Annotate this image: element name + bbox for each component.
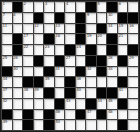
block-r11c8 bbox=[76, 110, 86, 120]
cell-r11c6[interactable]: 46 bbox=[55, 110, 65, 120]
cell-r11c12[interactable] bbox=[118, 110, 128, 120]
clue-number: 30 bbox=[13, 67, 18, 71]
clue-number: 23 bbox=[45, 45, 50, 49]
block-r2c12 bbox=[118, 13, 128, 23]
crossword-board: 1234567891011121314151617181920212223242… bbox=[0, 0, 140, 132]
cell-r7c7[interactable] bbox=[65, 67, 75, 77]
clue-number: 44 bbox=[97, 99, 102, 103]
cell-r8c2[interactable] bbox=[13, 77, 23, 87]
cell-r3c12[interactable]: 15 bbox=[118, 24, 128, 34]
clue-number: 37 bbox=[3, 88, 8, 92]
cell-r9c6[interactable] bbox=[55, 88, 65, 98]
clue-number: 34 bbox=[3, 77, 8, 81]
clue-number: 36 bbox=[76, 77, 81, 81]
cell-r9c4[interactable]: 39 bbox=[34, 88, 44, 98]
clue-number: 49 bbox=[3, 120, 8, 124]
cell-r10c8[interactable] bbox=[76, 99, 86, 109]
cell-r11c2[interactable] bbox=[13, 110, 23, 120]
clue-number: 25 bbox=[3, 56, 8, 60]
cell-r6c8[interactable] bbox=[76, 56, 86, 66]
clue-number: 33 bbox=[108, 67, 113, 71]
cell-r12c7[interactable] bbox=[65, 120, 75, 130]
clue-number: 15 bbox=[118, 24, 123, 28]
clue-number: 29 bbox=[129, 56, 134, 60]
block-r3c8 bbox=[76, 24, 86, 34]
cell-r3c9[interactable] bbox=[86, 24, 96, 34]
clue-number: 9 bbox=[87, 13, 89, 17]
cell-r3c4[interactable]: 12 bbox=[34, 24, 44, 34]
clue-number: 11 bbox=[3, 24, 8, 28]
cell-r5c10[interactable] bbox=[97, 45, 107, 55]
cell-r5c12[interactable] bbox=[118, 45, 128, 55]
clue-number: 46 bbox=[55, 110, 60, 114]
block-r5c13 bbox=[128, 45, 138, 55]
cell-r5c6[interactable] bbox=[55, 45, 65, 55]
clue-number: 16 bbox=[129, 24, 134, 28]
block-r5c11 bbox=[107, 45, 117, 55]
cell-r8c8[interactable]: 36 bbox=[76, 77, 86, 87]
cell-r9c12[interactable]: 41 bbox=[118, 88, 128, 98]
cell-r1c1[interactable]: 1 bbox=[2, 2, 12, 12]
cell-r10c11[interactable]: 45 bbox=[107, 99, 117, 109]
cell-r6c3[interactable] bbox=[23, 56, 33, 66]
clue-number: 27 bbox=[66, 56, 71, 60]
block-r1c11 bbox=[107, 2, 117, 12]
cell-r12c4[interactable] bbox=[34, 120, 44, 130]
block-r9c11 bbox=[107, 88, 117, 98]
block-r9c5 bbox=[44, 88, 54, 98]
block-r6c12 bbox=[118, 56, 128, 66]
clue-number: 45 bbox=[108, 99, 113, 103]
cell-r3c13[interactable]: 16 bbox=[128, 24, 138, 34]
cell-r8c9[interactable] bbox=[86, 77, 96, 87]
clue-number: 19 bbox=[87, 34, 92, 38]
clue-number: 13 bbox=[55, 24, 60, 28]
cell-r9c9[interactable] bbox=[86, 88, 96, 98]
block-r3c10 bbox=[97, 24, 107, 34]
clue-number: 14 bbox=[108, 24, 113, 28]
block-r2c6 bbox=[55, 13, 65, 23]
cell-r11c13[interactable] bbox=[128, 110, 138, 120]
cell-r4c6[interactable]: 18 bbox=[55, 34, 65, 44]
block-r4c8 bbox=[76, 34, 86, 44]
cell-r5c5[interactable]: 23 bbox=[44, 45, 54, 55]
block-r8c12 bbox=[118, 77, 128, 87]
block-r7c8 bbox=[76, 67, 86, 77]
clue-number: 50 bbox=[55, 120, 60, 124]
cell-r2c5[interactable] bbox=[44, 13, 54, 23]
cell-r7c9[interactable]: 32 bbox=[86, 67, 96, 77]
cell-r7c6[interactable]: 31 bbox=[55, 67, 65, 77]
block-r12c3 bbox=[23, 120, 33, 130]
cell-r7c2[interactable]: 30 bbox=[13, 67, 23, 77]
cell-r2c11[interactable]: 10 bbox=[107, 13, 117, 23]
cell-r12c13[interactable] bbox=[128, 120, 138, 130]
cell-r2c1[interactable]: 7 bbox=[2, 13, 12, 23]
block-r12c12 bbox=[118, 120, 128, 130]
cell-r11c7[interactable] bbox=[65, 110, 75, 120]
cell-r2c7[interactable] bbox=[65, 13, 75, 23]
clue-number: 40 bbox=[76, 88, 81, 92]
cell-r5c4[interactable] bbox=[34, 45, 44, 55]
cell-r1c10[interactable]: 5 bbox=[97, 2, 107, 12]
cell-r1c3[interactable]: 2 bbox=[23, 2, 33, 12]
cell-r8c6[interactable] bbox=[55, 77, 65, 87]
clue-number: 26 bbox=[13, 56, 18, 60]
cell-r4c7[interactable] bbox=[65, 34, 75, 44]
cell-r8c11[interactable] bbox=[107, 77, 117, 87]
cell-r3c7[interactable] bbox=[65, 24, 75, 34]
cell-r1c5[interactable]: 3 bbox=[44, 2, 54, 12]
clue-number: 32 bbox=[87, 67, 92, 71]
cell-r11c11[interactable]: 48 bbox=[107, 110, 117, 120]
cell-r2c9[interactable]: 9 bbox=[86, 13, 96, 23]
cell-r8c10[interactable] bbox=[97, 77, 107, 87]
block-r11c1 bbox=[2, 110, 12, 120]
cell-r7c11[interactable]: 33 bbox=[107, 67, 117, 77]
cell-r2c2[interactable]: 8 bbox=[13, 13, 23, 23]
clue-number: 6 bbox=[118, 2, 120, 6]
cell-r6c2[interactable]: 26 bbox=[13, 56, 23, 66]
clue-number: 47 bbox=[87, 110, 92, 114]
clue-number: 8 bbox=[13, 13, 15, 17]
block-r6c9 bbox=[86, 56, 96, 66]
cell-r3c1[interactable]: 11 bbox=[2, 24, 12, 34]
cell-r1c4[interactable] bbox=[34, 2, 44, 12]
cell-r10c2[interactable] bbox=[13, 99, 23, 109]
clue-number: 48 bbox=[108, 110, 113, 114]
clue-number: 41 bbox=[118, 88, 123, 92]
clue-number: 43 bbox=[66, 99, 71, 103]
cell-r10c1[interactable]: 42 bbox=[2, 99, 12, 109]
cell-r4c4[interactable] bbox=[34, 34, 44, 44]
cell-r6c7[interactable]: 27 bbox=[65, 56, 75, 66]
clue-number: 22 bbox=[24, 45, 29, 49]
cell-r3c3[interactable] bbox=[23, 24, 33, 34]
cell-r3c11[interactable]: 14 bbox=[107, 24, 117, 34]
block-r8c4 bbox=[34, 77, 44, 87]
clue-number: 5 bbox=[97, 2, 99, 6]
cell-r8c13[interactable] bbox=[128, 77, 138, 87]
clue-number: 17 bbox=[24, 34, 29, 38]
cell-r3c6[interactable]: 13 bbox=[55, 24, 65, 34]
clue-number: 21 bbox=[118, 34, 123, 38]
cell-r10c10[interactable]: 44 bbox=[97, 99, 107, 109]
cell-r2c10[interactable] bbox=[97, 13, 107, 23]
cell-r4c9[interactable]: 19 bbox=[86, 34, 96, 44]
clue-number: 1 bbox=[3, 2, 5, 6]
block-r12c5 bbox=[44, 120, 54, 130]
block-r9c7 bbox=[65, 88, 75, 98]
block-r5c7 bbox=[65, 45, 75, 55]
cell-r1c13[interactable] bbox=[128, 2, 138, 12]
cell-r5c3[interactable]: 22 bbox=[23, 45, 33, 55]
cell-r10c13[interactable] bbox=[128, 99, 138, 109]
cell-r12c2[interactable] bbox=[13, 120, 23, 130]
block-r11c3 bbox=[23, 110, 33, 120]
cell-r12c8[interactable] bbox=[76, 120, 86, 130]
cell-r10c7[interactable]: 43 bbox=[65, 99, 75, 109]
cell-r12c9[interactable] bbox=[86, 120, 96, 130]
block-r11c10 bbox=[97, 110, 107, 120]
block-r8c3 bbox=[23, 77, 33, 87]
clue-number: 12 bbox=[34, 24, 39, 28]
cell-r4c1[interactable] bbox=[2, 34, 12, 44]
clue-number: 10 bbox=[108, 13, 113, 17]
block-r1c2 bbox=[13, 2, 23, 12]
block-r1c9 bbox=[86, 2, 96, 12]
block-r6c6 bbox=[55, 56, 65, 66]
cell-r10c5[interactable] bbox=[44, 99, 54, 109]
cell-r4c12[interactable]: 21 bbox=[118, 34, 128, 44]
clue-number: 35 bbox=[45, 77, 50, 81]
cell-r7c4[interactable] bbox=[34, 67, 44, 77]
cell-r3c2[interactable] bbox=[13, 24, 23, 34]
block-r10c6 bbox=[55, 99, 65, 109]
cell-r2c3[interactable] bbox=[23, 13, 33, 23]
cell-r12c1[interactable]: 49 bbox=[2, 120, 12, 130]
block-r2c8 bbox=[76, 13, 86, 23]
clue-number: 3 bbox=[45, 2, 47, 6]
block-r6c4 bbox=[34, 56, 44, 66]
cell-r4c10[interactable]: 20 bbox=[97, 34, 107, 44]
block-r5c9 bbox=[86, 45, 96, 55]
cell-r5c8[interactable]: 24 bbox=[76, 45, 86, 55]
block-r9c10 bbox=[97, 88, 107, 98]
block-r4c5 bbox=[44, 34, 54, 44]
cell-r7c12[interactable] bbox=[118, 67, 128, 77]
block-r4c2 bbox=[13, 34, 23, 44]
block-r10c9 bbox=[86, 99, 96, 109]
cell-r11c4[interactable] bbox=[34, 110, 44, 120]
cell-r12c11[interactable] bbox=[107, 120, 117, 130]
cell-r3c5[interactable] bbox=[44, 24, 54, 34]
block-r11c5 bbox=[44, 110, 54, 120]
block-r10c12 bbox=[118, 99, 128, 109]
cell-r10c3[interactable] bbox=[23, 99, 33, 109]
block-r7c5 bbox=[44, 67, 54, 77]
cell-r9c13[interactable] bbox=[128, 88, 138, 98]
clue-number: 31 bbox=[55, 67, 60, 71]
clue-number: 7 bbox=[3, 13, 5, 17]
cell-r10c4[interactable] bbox=[34, 99, 44, 109]
clue-number: 4 bbox=[66, 2, 68, 6]
cell-r8c5[interactable]: 35 bbox=[44, 77, 54, 87]
cell-r1c7[interactable]: 4 bbox=[65, 2, 75, 12]
block-r7c1 bbox=[2, 67, 12, 77]
cell-r4c3[interactable]: 17 bbox=[23, 34, 33, 44]
cell-r9c2[interactable] bbox=[13, 88, 23, 98]
block-r8c7 bbox=[65, 77, 75, 87]
cell-r7c13[interactable] bbox=[128, 67, 138, 77]
cell-r12c6[interactable]: 50 bbox=[55, 120, 65, 130]
block-r2c4 bbox=[34, 13, 44, 23]
block-r7c10 bbox=[97, 67, 107, 77]
clue-number: 38 bbox=[24, 88, 29, 92]
cell-r9c3[interactable]: 38 bbox=[23, 88, 33, 98]
cell-r5c1[interactable] bbox=[2, 45, 12, 55]
cell-r1c8[interactable] bbox=[76, 2, 86, 12]
clue-number: 20 bbox=[97, 34, 102, 38]
cell-r6c1[interactable]: 25 bbox=[2, 56, 12, 66]
clue-number: 42 bbox=[3, 99, 8, 103]
cell-r1c6[interactable] bbox=[55, 2, 65, 12]
clue-number: 28 bbox=[108, 56, 113, 60]
clue-number: 2 bbox=[24, 2, 26, 6]
block-r6c10 bbox=[97, 56, 107, 66]
cell-r6c5[interactable] bbox=[44, 56, 54, 66]
block-r2c13 bbox=[128, 13, 138, 23]
block-r5c2 bbox=[13, 45, 23, 55]
cell-r6c11[interactable]: 28 bbox=[107, 56, 117, 66]
clue-number: 18 bbox=[55, 34, 60, 38]
cell-r9c8[interactable]: 40 bbox=[76, 88, 86, 98]
cell-r6c13[interactable]: 29 bbox=[128, 56, 138, 66]
cell-r11c9[interactable]: 47 bbox=[86, 110, 96, 120]
block-r4c11 bbox=[107, 34, 117, 44]
cell-r8c1[interactable]: 34 bbox=[2, 77, 12, 87]
cell-r1c12[interactable]: 6 bbox=[118, 2, 128, 12]
cell-r9c1[interactable]: 37 bbox=[2, 88, 12, 98]
clue-number: 39 bbox=[34, 88, 39, 92]
cell-r7c3[interactable] bbox=[23, 67, 33, 77]
clue-number: 24 bbox=[76, 45, 81, 49]
cell-r4c13[interactable] bbox=[128, 34, 138, 44]
cell-r12c10[interactable] bbox=[97, 120, 107, 130]
